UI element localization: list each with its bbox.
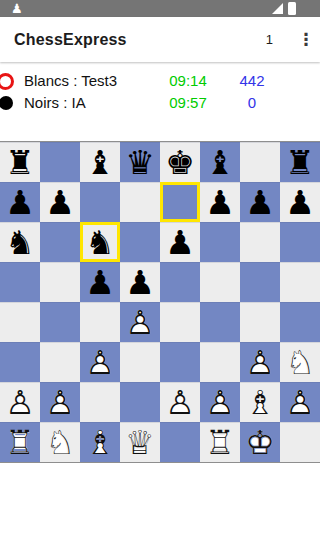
square-c2[interactable]	[80, 382, 120, 422]
black-player-row: Noirs : IA 09:57 0	[0, 92, 320, 114]
piece-bR: ♜	[0, 142, 40, 182]
square-d6[interactable]	[120, 222, 160, 262]
square-d1[interactable]: ♛♕	[120, 422, 160, 462]
square-d2[interactable]	[120, 382, 160, 422]
status-bar-right	[272, 2, 296, 15]
square-c6[interactable]: ♞	[80, 222, 120, 262]
players-panel: Blancs : Test3 09:14 442 Noirs : IA 09:5…	[0, 62, 320, 114]
piece-wP: ♟♙	[80, 342, 120, 382]
square-b7[interactable]: ♟	[40, 182, 80, 222]
piece-bN: ♞	[0, 222, 40, 262]
square-e4[interactable]	[160, 302, 200, 342]
signal-icon	[272, 3, 283, 14]
square-c3[interactable]: ♟♙	[80, 342, 120, 382]
square-c7[interactable]	[80, 182, 120, 222]
square-a2[interactable]: ♟♙	[0, 382, 40, 422]
square-a3[interactable]	[0, 342, 40, 382]
piece-wR: ♜♖	[0, 422, 40, 462]
square-b8[interactable]	[40, 142, 80, 182]
piece-bR: ♜	[280, 142, 320, 182]
kebab-menu-icon[interactable]: ⋮	[297, 17, 315, 62]
square-g8[interactable]	[240, 142, 280, 182]
white-player-row: Blancs : Test3 09:14 442	[0, 70, 320, 92]
square-b6[interactable]	[40, 222, 80, 262]
piece-wP: ♟♙	[40, 382, 80, 422]
square-a5[interactable]	[0, 262, 40, 302]
square-f3[interactable]	[200, 342, 240, 382]
chess-pawn-icon: ♟	[11, 0, 23, 17]
square-d4[interactable]: ♟♙	[120, 302, 160, 342]
square-f4[interactable]	[200, 302, 240, 342]
piece-wN: ♞♘	[40, 422, 80, 462]
piece-wP: ♟♙	[120, 302, 160, 342]
square-e5[interactable]	[160, 262, 200, 302]
white-player-clock: 09:14	[160, 72, 216, 89]
square-h6[interactable]	[280, 222, 320, 262]
square-h2[interactable]: ♟♙	[280, 382, 320, 422]
square-e8[interactable]: ♚	[160, 142, 200, 182]
white-player-score: 442	[226, 72, 278, 89]
piece-bB: ♝	[80, 142, 120, 182]
square-b1[interactable]: ♞♘	[40, 422, 80, 462]
square-a4[interactable]	[0, 302, 40, 342]
square-c5[interactable]: ♟	[80, 262, 120, 302]
piece-bP: ♟	[280, 182, 320, 222]
app-title: ChessExpress	[14, 31, 266, 49]
square-b2[interactable]: ♟♙	[40, 382, 80, 422]
black-player-label: Noirs : IA	[24, 94, 86, 111]
black-player-clock: 09:57	[160, 94, 216, 111]
piece-wR: ♜♖	[200, 422, 240, 462]
square-e6[interactable]: ♟	[160, 222, 200, 262]
piece-bP: ♟	[40, 182, 80, 222]
square-g5[interactable]	[240, 262, 280, 302]
app-bar: ChessExpress 1 ⋮	[0, 17, 320, 62]
square-d3[interactable]	[120, 342, 160, 382]
piece-wP: ♟♙	[240, 342, 280, 382]
piece-wP: ♟♙	[200, 382, 240, 422]
square-e2[interactable]: ♟♙	[160, 382, 200, 422]
move-counter: 1	[266, 32, 273, 47]
phone-screen: ♟ ChessExpress 1 ⋮ Blancs : Test3 09:14 …	[0, 0, 320, 540]
square-e1[interactable]	[160, 422, 200, 462]
square-d7[interactable]	[120, 182, 160, 222]
piece-bP: ♟	[200, 182, 240, 222]
square-b5[interactable]	[40, 262, 80, 302]
piece-bK: ♚	[160, 142, 200, 182]
square-c8[interactable]: ♝	[80, 142, 120, 182]
square-e3[interactable]	[160, 342, 200, 382]
chess-board[interactable]: ♜♝♛♚♝♜♟♟♟♟♟♞♞♟♟♟♟♙♟♙♟♙♞♘♟♙♟♙♟♙♟♙♝♗♟♙♜♖♞♘…	[0, 141, 320, 463]
piece-bB: ♝	[200, 142, 240, 182]
square-h7[interactable]: ♟	[280, 182, 320, 222]
piece-bP: ♟	[0, 182, 40, 222]
square-a1[interactable]: ♜♖	[0, 422, 40, 462]
status-bar: ♟	[0, 0, 320, 17]
square-f2[interactable]: ♟♙	[200, 382, 240, 422]
square-h4[interactable]	[280, 302, 320, 342]
white-player-label: Blancs : Test3	[24, 72, 117, 89]
square-a7[interactable]: ♟	[0, 182, 40, 222]
square-g3[interactable]: ♟♙	[240, 342, 280, 382]
square-c4[interactable]	[80, 302, 120, 342]
square-a6[interactable]: ♞	[0, 222, 40, 262]
piece-bN: ♞	[80, 222, 120, 262]
piece-bQ: ♛	[120, 142, 160, 182]
square-g4[interactable]	[240, 302, 280, 342]
piece-bP: ♟	[80, 262, 120, 302]
square-f7[interactable]: ♟	[200, 182, 240, 222]
square-d5[interactable]: ♟	[120, 262, 160, 302]
square-b4[interactable]	[40, 302, 80, 342]
black-player-marker-icon	[0, 96, 13, 110]
piece-bP: ♟	[240, 182, 280, 222]
square-h3[interactable]: ♞♘	[280, 342, 320, 382]
piece-wK: ♚♔	[240, 422, 280, 462]
square-g6[interactable]	[240, 222, 280, 262]
square-g1[interactable]: ♚♔	[240, 422, 280, 462]
piece-wP: ♟♙	[0, 382, 40, 422]
piece-wN: ♞♘	[280, 342, 320, 382]
piece-wP: ♟♙	[160, 382, 200, 422]
piece-wP: ♟♙	[280, 382, 320, 422]
square-h8[interactable]: ♜	[280, 142, 320, 182]
square-g7[interactable]: ♟	[240, 182, 280, 222]
black-player-score: 0	[226, 94, 278, 111]
square-c1[interactable]: ♝♗	[80, 422, 120, 462]
square-f6[interactable]	[200, 222, 240, 262]
square-d8[interactable]: ♛	[120, 142, 160, 182]
white-player-marker-icon	[0, 73, 14, 90]
square-h1[interactable]	[280, 422, 320, 462]
square-f5[interactable]	[200, 262, 240, 302]
piece-bP: ♟	[160, 222, 200, 262]
square-g2[interactable]: ♝♗	[240, 382, 280, 422]
battery-icon	[288, 2, 296, 15]
piece-wQ: ♛♕	[120, 422, 160, 462]
square-f1[interactable]: ♜♖	[200, 422, 240, 462]
piece-wB: ♝♗	[240, 382, 280, 422]
square-a8[interactable]: ♜	[0, 142, 40, 182]
piece-bP: ♟	[120, 262, 160, 302]
square-e7[interactable]	[160, 182, 200, 222]
square-h5[interactable]	[280, 262, 320, 302]
square-f8[interactable]: ♝	[200, 142, 240, 182]
piece-wB: ♝♗	[80, 422, 120, 462]
square-b3[interactable]	[40, 342, 80, 382]
